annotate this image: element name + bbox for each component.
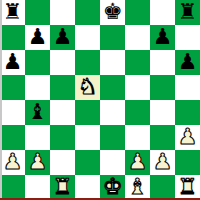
square-g3[interactable]	[150, 125, 175, 150]
square-e7[interactable]	[100, 25, 125, 50]
chess-board: ♜♚♜♟♟♟♟♟♞♝♟♟♟♟♟♜♚♝♜	[0, 0, 200, 200]
square-h4[interactable]	[175, 100, 200, 125]
square-e5[interactable]	[100, 75, 125, 100]
square-h3[interactable]: ♟	[175, 125, 200, 150]
chess-board-frame: ♜♚♜♟♟♟♟♟♞♝♟♟♟♟♟♜♚♝♜	[0, 0, 200, 200]
square-e8[interactable]: ♚	[100, 0, 125, 25]
square-a7[interactable]	[0, 25, 25, 50]
square-b4[interactable]: ♝	[25, 100, 50, 125]
square-b7[interactable]: ♟	[25, 25, 50, 50]
square-a6[interactable]: ♟	[0, 50, 25, 75]
square-c5[interactable]	[50, 75, 75, 100]
white-pawn-piece: ♟	[128, 149, 148, 174]
square-e4[interactable]	[100, 100, 125, 125]
square-g8[interactable]	[150, 0, 175, 25]
square-c7[interactable]: ♟	[50, 25, 75, 50]
square-d5[interactable]: ♞	[75, 75, 100, 100]
white-pawn-piece: ♟	[178, 124, 198, 149]
square-e2[interactable]	[100, 150, 125, 175]
square-b3[interactable]	[25, 125, 50, 150]
square-f5[interactable]	[125, 75, 150, 100]
square-g7[interactable]: ♟	[150, 25, 175, 50]
square-h5[interactable]	[175, 75, 200, 100]
square-g1[interactable]	[150, 175, 175, 200]
square-d4[interactable]	[75, 100, 100, 125]
square-c8[interactable]	[50, 0, 75, 25]
square-d7[interactable]	[75, 25, 100, 50]
square-e1[interactable]: ♚	[100, 175, 125, 200]
white-bishop-piece: ♝	[128, 174, 148, 199]
square-a3[interactable]	[0, 125, 25, 150]
square-a8[interactable]: ♜	[0, 0, 25, 25]
square-g5[interactable]	[150, 75, 175, 100]
square-d1[interactable]	[75, 175, 100, 200]
square-b1[interactable]	[25, 175, 50, 200]
black-king-piece: ♚	[103, 0, 123, 24]
square-d3[interactable]	[75, 125, 100, 150]
black-pawn-piece: ♟	[153, 24, 173, 49]
square-h1[interactable]: ♜	[175, 175, 200, 200]
square-h7[interactable]	[175, 25, 200, 50]
white-pawn-piece: ♟	[28, 149, 48, 174]
square-f6[interactable]	[125, 50, 150, 75]
square-a4[interactable]	[0, 100, 25, 125]
square-g4[interactable]	[150, 100, 175, 125]
black-rook-piece: ♜	[3, 0, 23, 24]
black-pawn-piece: ♟	[53, 24, 73, 49]
black-bishop-piece: ♝	[28, 99, 48, 124]
square-b8[interactable]	[25, 0, 50, 25]
square-g6[interactable]	[150, 50, 175, 75]
square-h2[interactable]	[175, 150, 200, 175]
square-f7[interactable]	[125, 25, 150, 50]
square-d2[interactable]	[75, 150, 100, 175]
square-b6[interactable]	[25, 50, 50, 75]
white-pawn-piece: ♟	[153, 149, 173, 174]
white-knight-piece: ♞	[78, 74, 98, 99]
square-g2[interactable]: ♟	[150, 150, 175, 175]
square-a2[interactable]: ♟	[0, 150, 25, 175]
square-a1[interactable]	[0, 175, 25, 200]
square-f4[interactable]	[125, 100, 150, 125]
white-rook-piece: ♜	[53, 174, 73, 199]
square-c6[interactable]	[50, 50, 75, 75]
square-f1[interactable]: ♝	[125, 175, 150, 200]
square-c1[interactable]: ♜	[50, 175, 75, 200]
white-pawn-piece: ♟	[3, 149, 23, 174]
black-pawn-piece: ♟	[28, 24, 48, 49]
square-c4[interactable]	[50, 100, 75, 125]
black-pawn-piece: ♟	[3, 49, 23, 74]
square-c3[interactable]	[50, 125, 75, 150]
square-c2[interactable]	[50, 150, 75, 175]
white-rook-piece: ♜	[178, 174, 198, 199]
black-rook-piece: ♜	[178, 0, 198, 24]
square-d6[interactable]	[75, 50, 100, 75]
square-f2[interactable]: ♟	[125, 150, 150, 175]
square-f3[interactable]	[125, 125, 150, 150]
square-b2[interactable]: ♟	[25, 150, 50, 175]
black-pawn-piece: ♟	[178, 49, 198, 74]
square-b5[interactable]	[25, 75, 50, 100]
square-d8[interactable]	[75, 0, 100, 25]
square-a5[interactable]	[0, 75, 25, 100]
white-king-piece: ♚	[103, 174, 123, 199]
square-f8[interactable]	[125, 0, 150, 25]
square-e3[interactable]	[100, 125, 125, 150]
square-h6[interactable]: ♟	[175, 50, 200, 75]
square-e6[interactable]	[100, 50, 125, 75]
square-h8[interactable]: ♜	[175, 0, 200, 25]
